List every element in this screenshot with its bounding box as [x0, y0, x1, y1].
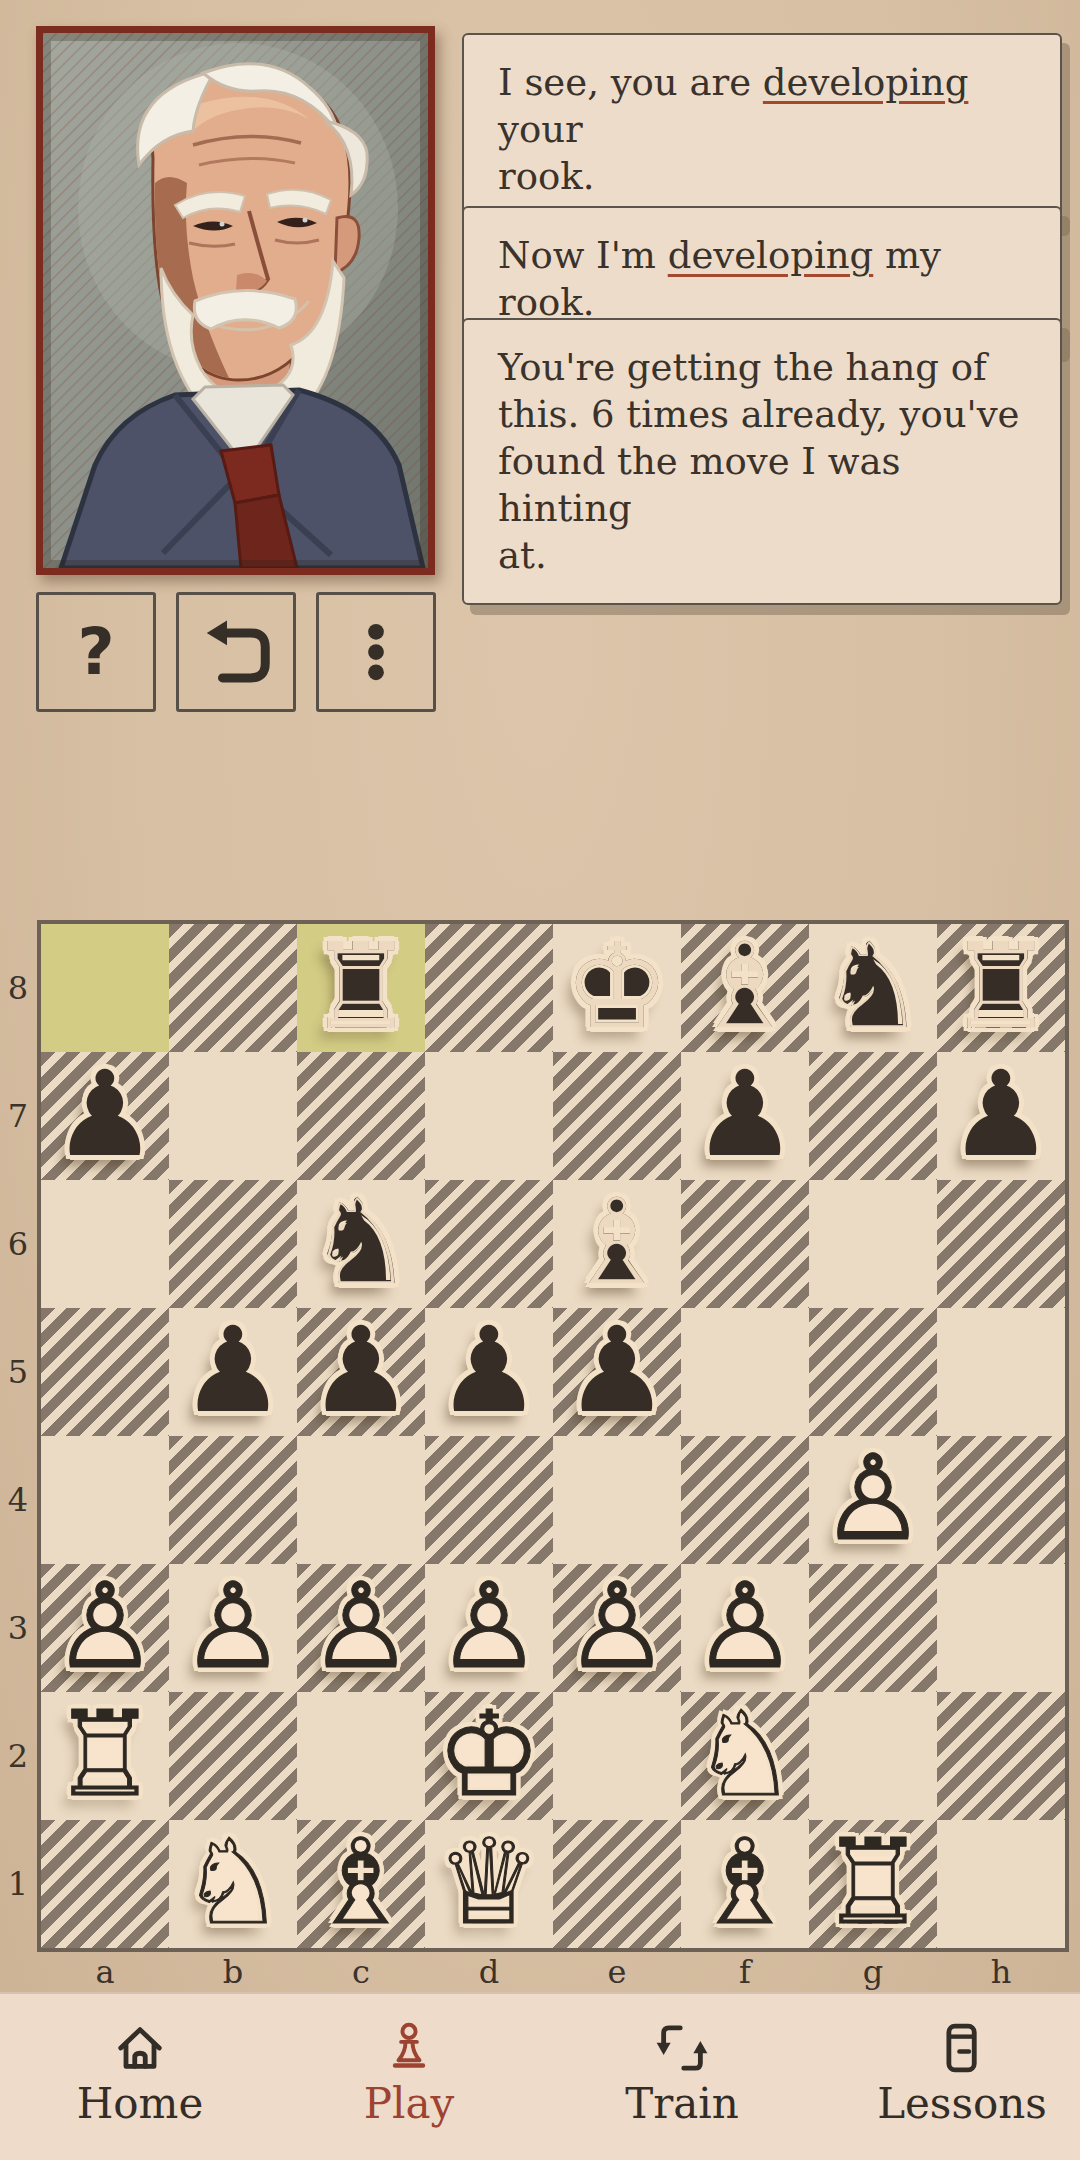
white-rook: ♜♖ [809, 1820, 937, 1948]
piece-detail-glyph: ♙ [553, 1567, 681, 1685]
square-b1[interactable]: ♞♘ [169, 1820, 297, 1948]
square-a6[interactable] [41, 1180, 169, 1308]
square-b7[interactable] [169, 1052, 297, 1180]
message-text: found the move I was hinting [498, 440, 900, 530]
black-king: ♚♔ [553, 924, 681, 1052]
square-h3[interactable] [937, 1564, 1065, 1692]
piece-detail-glyph: ♙ [681, 1567, 809, 1685]
square-c6[interactable]: ♞♘ [297, 1180, 425, 1308]
piece-detail-glyph: ♕ [425, 1823, 553, 1941]
file-label-f: f [681, 1952, 809, 1992]
square-g4[interactable]: ♟♙ [809, 1436, 937, 1564]
square-h1[interactable] [937, 1820, 1065, 1948]
square-h5[interactable] [937, 1308, 1065, 1436]
nav-item-train[interactable]: Train [572, 2020, 792, 2126]
piece-detail-glyph: ♙ [809, 1439, 937, 1557]
square-e1[interactable] [553, 1820, 681, 1948]
square-e4[interactable] [553, 1436, 681, 1564]
square-f1[interactable]: ♝♗ [681, 1820, 809, 1948]
piece-glyph: ♟ [681, 1055, 809, 1173]
app-root: I see, you are developing yourrook. Now … [0, 0, 1080, 2160]
black-pawn: ♟ [41, 1052, 169, 1180]
message-text: You're getting the hang of [498, 346, 987, 389]
white-pawn: ♟♙ [809, 1436, 937, 1564]
file-label-e: e [553, 1952, 681, 1992]
rank-label-7: 7 [2, 1052, 34, 1180]
square-a4[interactable] [41, 1436, 169, 1564]
black-pawn: ♟ [937, 1052, 1065, 1180]
square-h8[interactable]: ♜♖ [937, 924, 1065, 1052]
square-d8[interactable] [425, 924, 553, 1052]
square-b4[interactable] [169, 1436, 297, 1564]
square-e8[interactable]: ♚♔ [553, 924, 681, 1052]
black-knight: ♞♘ [297, 1180, 425, 1308]
rank-label-3: 3 [2, 1564, 34, 1692]
white-pawn: ♟♙ [169, 1564, 297, 1692]
square-g6[interactable] [809, 1180, 937, 1308]
square-d4[interactable] [425, 1436, 553, 1564]
square-c5[interactable]: ♟ [297, 1308, 425, 1436]
menu-button[interactable] [316, 592, 436, 712]
black-pawn: ♟ [169, 1308, 297, 1436]
piece-detail-glyph: ♙ [425, 1567, 553, 1685]
nav-label-lessons: Lessons [877, 2082, 1047, 2126]
piece-detail-glyph: ♗ [681, 1823, 809, 1941]
square-b2[interactable] [169, 1692, 297, 1820]
white-bishop: ♝♗ [681, 1820, 809, 1948]
piece-detail-glyph: ♘ [169, 1823, 297, 1941]
book-icon [934, 2020, 990, 2076]
piece-detail-glyph: ♔ [425, 1695, 553, 1813]
square-f8[interactable]: ♝♗ [681, 924, 809, 1052]
term-link[interactable]: developing [668, 234, 874, 277]
square-g5[interactable] [809, 1308, 937, 1436]
nav-label-play: Play [364, 2082, 454, 2126]
square-a8[interactable] [41, 924, 169, 1052]
piece-detail-glyph: ♖ [41, 1695, 169, 1813]
help-button[interactable]: ? [36, 592, 156, 712]
kebab-menu-icon [340, 616, 412, 688]
square-e7[interactable] [553, 1052, 681, 1180]
white-bishop: ♝♗ [297, 1820, 425, 1948]
square-a1[interactable] [41, 1820, 169, 1948]
piece-detail-glyph: ♔ [553, 927, 681, 1045]
piece-glyph: ♟ [937, 1055, 1065, 1173]
piece-detail-glyph: ♘ [297, 1183, 425, 1301]
square-h2[interactable] [937, 1692, 1065, 1820]
square-d1[interactable]: ♛♕ [425, 1820, 553, 1948]
rank-label-1: 1 [2, 1820, 34, 1948]
piece-detail-glyph: ♖ [937, 927, 1065, 1045]
home-icon [112, 2020, 168, 2076]
rank-label-2: 2 [2, 1692, 34, 1820]
piece-glyph: ♟ [297, 1311, 425, 1429]
file-label-b: b [169, 1952, 297, 1992]
square-c4[interactable] [297, 1436, 425, 1564]
bottom-navbar: Home Play Train [0, 1992, 1080, 2160]
square-f3[interactable]: ♟♙ [681, 1564, 809, 1692]
square-e5[interactable]: ♟ [553, 1308, 681, 1436]
coach-message-3: You're getting the hang ofthis. 6 times … [462, 318, 1062, 605]
nav-label-train: Train [625, 2082, 739, 2126]
coach-message-1: I see, you are developing yourrook. [462, 33, 1062, 226]
white-knight: ♞♘ [169, 1820, 297, 1948]
square-g8[interactable]: ♞♘ [809, 924, 937, 1052]
square-e3[interactable]: ♟♙ [553, 1564, 681, 1692]
square-c7[interactable] [297, 1052, 425, 1180]
square-h6[interactable] [937, 1180, 1065, 1308]
black-pawn: ♟ [425, 1308, 553, 1436]
message-text: Now I'm [498, 234, 668, 277]
square-d6[interactable] [425, 1180, 553, 1308]
white-queen: ♛♕ [425, 1820, 553, 1948]
black-pawn: ♟ [297, 1308, 425, 1436]
piece-glyph: ♟ [425, 1311, 553, 1429]
square-a3[interactable]: ♟♙ [41, 1564, 169, 1692]
file-label-g: g [809, 1952, 937, 1992]
white-pawn: ♟♙ [553, 1564, 681, 1692]
piece-glyph: ♟ [41, 1055, 169, 1173]
question-mark-icon: ? [77, 615, 114, 689]
message-text: rook. [498, 155, 594, 198]
nav-item-home[interactable]: Home [30, 2020, 250, 2126]
square-c2[interactable] [297, 1692, 425, 1820]
file-label-h: h [937, 1952, 1065, 1992]
chess-board: ♜♖♚♔♝♗♞♘♜♖♟♟♟♞♘♝♗♟♟♟♟♟♙♟♙♟♙♟♙♟♙♟♙♟♙♜♖♚♔♞… [37, 920, 1069, 1952]
square-b5[interactable]: ♟ [169, 1308, 297, 1436]
square-h4[interactable] [937, 1436, 1065, 1564]
square-c1[interactable]: ♝♗ [297, 1820, 425, 1948]
square-b8[interactable] [169, 924, 297, 1052]
white-pawn: ♟♙ [681, 1564, 809, 1692]
chess-pawn-icon [381, 2020, 437, 2076]
square-f5[interactable] [681, 1308, 809, 1436]
message-text: this. 6 times already, you've [498, 393, 1020, 436]
piece-detail-glyph: ♗ [297, 1823, 425, 1941]
square-c3[interactable]: ♟♙ [297, 1564, 425, 1692]
square-f7[interactable]: ♟ [681, 1052, 809, 1180]
undo-button[interactable] [176, 592, 296, 712]
square-f2[interactable]: ♞♘ [681, 1692, 809, 1820]
piece-detail-glyph: ♙ [41, 1567, 169, 1685]
square-a2[interactable]: ♜♖ [41, 1692, 169, 1820]
black-knight: ♞♘ [809, 924, 937, 1052]
square-e2[interactable] [553, 1692, 681, 1820]
white-king: ♚♔ [425, 1692, 553, 1820]
rank-label-8: 8 [2, 924, 34, 1052]
piece-detail-glyph: ♘ [681, 1695, 809, 1813]
square-e6[interactable]: ♝♗ [553, 1180, 681, 1308]
black-bishop: ♝♗ [681, 924, 809, 1052]
undo-arrow-icon [200, 616, 272, 688]
nav-label-home: Home [77, 2082, 204, 2126]
square-d2[interactable]: ♚♔ [425, 1692, 553, 1820]
square-d3[interactable]: ♟♙ [425, 1564, 553, 1692]
black-pawn: ♟ [681, 1052, 809, 1180]
piece-detail-glyph: ♖ [297, 927, 425, 1045]
square-g2[interactable] [809, 1692, 937, 1820]
message-text: I see, you are [498, 61, 763, 104]
square-g3[interactable] [809, 1564, 937, 1692]
square-f6[interactable] [681, 1180, 809, 1308]
piece-glyph: ♟ [169, 1311, 297, 1429]
coach-portrait [36, 26, 435, 575]
square-a7[interactable]: ♟ [41, 1052, 169, 1180]
square-b3[interactable]: ♟♙ [169, 1564, 297, 1692]
square-d7[interactable] [425, 1052, 553, 1180]
black-pawn: ♟ [553, 1308, 681, 1436]
message-text: your [498, 108, 583, 151]
piece-detail-glyph: ♘ [809, 927, 937, 1045]
white-pawn: ♟♙ [425, 1564, 553, 1692]
piece-detail-glyph: ♗ [681, 927, 809, 1045]
nav-item-play[interactable]: Play [299, 2020, 519, 2126]
file-label-a: a [41, 1952, 169, 1992]
white-knight: ♞♘ [681, 1692, 809, 1820]
black-rook: ♜♖ [297, 924, 425, 1052]
square-c8[interactable]: ♜♖ [297, 924, 425, 1052]
cycle-arrows-icon [654, 2020, 710, 2076]
message-text: at. [498, 534, 547, 577]
white-rook: ♜♖ [41, 1692, 169, 1820]
piece-detail-glyph: ♖ [809, 1823, 937, 1941]
square-a5[interactable] [41, 1308, 169, 1436]
square-g7[interactable] [809, 1052, 937, 1180]
black-bishop: ♝♗ [553, 1180, 681, 1308]
coach-portrait-illustration [43, 33, 428, 568]
square-h7[interactable]: ♟ [937, 1052, 1065, 1180]
square-f4[interactable] [681, 1436, 809, 1564]
square-g1[interactable]: ♜♖ [809, 1820, 937, 1948]
file-label-c: c [297, 1952, 425, 1992]
nav-item-lessons[interactable]: Lessons [852, 2020, 1072, 2126]
rank-label-5: 5 [2, 1308, 34, 1436]
file-label-d: d [425, 1952, 553, 1992]
square-b6[interactable] [169, 1180, 297, 1308]
piece-glyph: ♟ [553, 1311, 681, 1429]
square-d5[interactable]: ♟ [425, 1308, 553, 1436]
piece-detail-glyph: ♙ [297, 1567, 425, 1685]
piece-detail-glyph: ♙ [169, 1567, 297, 1685]
piece-detail-glyph: ♗ [553, 1183, 681, 1301]
rank-label-6: 6 [2, 1180, 34, 1308]
rank-label-4: 4 [2, 1436, 34, 1564]
black-rook: ♜♖ [937, 924, 1065, 1052]
term-link[interactable]: developing [763, 61, 969, 104]
white-pawn: ♟♙ [297, 1564, 425, 1692]
white-pawn: ♟♙ [41, 1564, 169, 1692]
